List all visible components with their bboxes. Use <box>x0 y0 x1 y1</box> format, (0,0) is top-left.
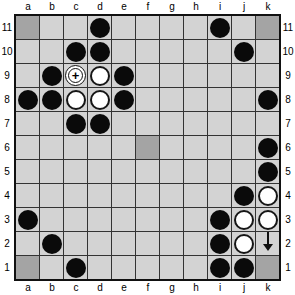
rank-label-2: 2 <box>285 239 291 249</box>
king-cross-icon: + <box>72 69 80 82</box>
square-d1[interactable] <box>88 256 111 279</box>
rank-label-8: 8 <box>285 95 291 105</box>
square-d9[interactable] <box>88 64 111 87</box>
square-g4[interactable] <box>160 184 183 207</box>
white-stone <box>234 210 254 230</box>
square-e10[interactable] <box>112 40 135 63</box>
black-stone <box>114 66 134 86</box>
square-b4[interactable] <box>40 184 63 207</box>
square-k5[interactable] <box>256 160 279 183</box>
square-a4[interactable] <box>16 184 39 207</box>
square-i7[interactable] <box>208 112 231 135</box>
square-h2[interactable] <box>184 232 207 255</box>
rank-label-1: 1 <box>285 263 291 273</box>
square-d10[interactable] <box>88 40 111 63</box>
file-label-e: e <box>121 2 127 12</box>
square-f8[interactable] <box>136 88 159 111</box>
square-g2[interactable] <box>160 232 183 255</box>
square-c1[interactable] <box>64 256 87 279</box>
square-k11[interactable] <box>256 16 279 39</box>
file-label-b: b <box>49 283 55 293</box>
square-i9[interactable] <box>208 64 231 87</box>
file-label-d: d <box>97 283 103 293</box>
square-f10[interactable] <box>136 40 159 63</box>
rank-label-2: 2 <box>4 239 10 249</box>
square-f3[interactable] <box>136 208 159 231</box>
black-stone <box>18 90 38 110</box>
file-label-b: b <box>49 2 55 12</box>
rank-label-9: 9 <box>285 71 291 81</box>
square-j11[interactable] <box>232 16 255 39</box>
square-b10[interactable] <box>40 40 63 63</box>
file-label-j: j <box>243 283 245 293</box>
square-k2[interactable] <box>256 232 279 255</box>
black-stone <box>258 162 278 182</box>
square-a10[interactable] <box>16 40 39 63</box>
file-label-j: j <box>243 2 245 12</box>
square-b8[interactable] <box>40 88 63 111</box>
black-stone <box>210 258 230 278</box>
square-g9[interactable] <box>160 64 183 87</box>
square-i4[interactable] <box>208 184 231 207</box>
square-g3[interactable] <box>160 208 183 231</box>
square-g1[interactable] <box>160 256 183 279</box>
black-stone <box>114 90 134 110</box>
square-j6[interactable] <box>232 136 255 159</box>
square-e2[interactable] <box>112 232 135 255</box>
square-g10[interactable] <box>160 40 183 63</box>
rank-label-10: 10 <box>282 47 293 57</box>
file-label-h: h <box>193 2 199 12</box>
black-stone <box>66 114 86 134</box>
square-d3[interactable] <box>88 208 111 231</box>
square-a5[interactable] <box>16 160 39 183</box>
square-f5[interactable] <box>136 160 159 183</box>
black-stone <box>234 42 254 62</box>
square-a9[interactable] <box>16 64 39 87</box>
black-stone <box>90 42 110 62</box>
square-i2[interactable] <box>208 232 231 255</box>
file-label-g: g <box>169 283 175 293</box>
square-e8[interactable] <box>112 88 135 111</box>
black-stone <box>210 234 230 254</box>
square-d7[interactable] <box>88 112 111 135</box>
square-f6[interactable] <box>136 136 159 159</box>
rank-label-7: 7 <box>285 119 291 129</box>
rank-label-5: 5 <box>4 167 10 177</box>
square-j4[interactable] <box>232 184 255 207</box>
rank-label-4: 4 <box>4 191 10 201</box>
file-label-f: f <box>147 283 150 293</box>
square-h7[interactable] <box>184 112 207 135</box>
file-label-a: a <box>25 2 31 12</box>
hnefatafl-board-diagram: abcdefghijk 1110987654321 + 111098765432… <box>0 0 295 295</box>
square-g7[interactable] <box>160 112 183 135</box>
square-h11[interactable] <box>184 16 207 39</box>
white-stone <box>258 210 278 230</box>
square-a3[interactable] <box>16 208 39 231</box>
square-h6[interactable] <box>184 136 207 159</box>
move-arrow-down-icon <box>267 232 269 244</box>
square-b2[interactable] <box>40 232 63 255</box>
square-e5[interactable] <box>112 160 135 183</box>
file-label-k: k <box>266 283 271 293</box>
file-labels-top: abcdefghijk <box>14 0 281 14</box>
square-e1[interactable] <box>112 256 135 279</box>
square-i3[interactable] <box>208 208 231 231</box>
black-stone <box>66 258 86 278</box>
square-b11[interactable] <box>40 16 63 39</box>
square-k3[interactable] <box>256 208 279 231</box>
square-e4[interactable] <box>112 184 135 207</box>
white-stone <box>90 66 110 86</box>
square-k1[interactable] <box>256 256 279 279</box>
rank-label-6: 6 <box>285 143 291 153</box>
square-i11[interactable] <box>208 16 231 39</box>
square-h9[interactable] <box>184 64 207 87</box>
square-a11[interactable] <box>16 16 39 39</box>
square-k10[interactable] <box>256 40 279 63</box>
black-stone <box>18 210 38 230</box>
black-stone <box>210 18 230 38</box>
square-b1[interactable] <box>40 256 63 279</box>
file-label-c: c <box>74 2 79 12</box>
square-i5[interactable] <box>208 160 231 183</box>
square-a8[interactable] <box>16 88 39 111</box>
rank-label-3: 3 <box>4 215 10 225</box>
square-g5[interactable] <box>160 160 183 183</box>
square-h4[interactable] <box>184 184 207 207</box>
square-e3[interactable] <box>112 208 135 231</box>
black-stone <box>42 66 62 86</box>
square-d6[interactable] <box>88 136 111 159</box>
square-c9[interactable]: + <box>64 64 87 87</box>
rank-label-10: 10 <box>1 47 12 57</box>
square-k8[interactable] <box>256 88 279 111</box>
square-i1[interactable] <box>208 256 231 279</box>
square-c11[interactable] <box>64 16 87 39</box>
rank-label-11: 11 <box>283 23 293 33</box>
white-stone <box>66 90 86 110</box>
black-stone <box>258 138 278 158</box>
square-b5[interactable] <box>40 160 63 183</box>
square-j10[interactable] <box>232 40 255 63</box>
white-stone <box>90 90 110 110</box>
square-f7[interactable] <box>136 112 159 135</box>
square-c8[interactable] <box>64 88 87 111</box>
square-j8[interactable] <box>232 88 255 111</box>
square-k6[interactable] <box>256 136 279 159</box>
square-g8[interactable] <box>160 88 183 111</box>
square-f4[interactable] <box>136 184 159 207</box>
black-stone <box>234 186 254 206</box>
square-j2[interactable] <box>232 232 255 255</box>
square-i10[interactable] <box>208 40 231 63</box>
square-c10[interactable] <box>64 40 87 63</box>
rank-label-3: 3 <box>285 215 291 225</box>
square-b3[interactable] <box>40 208 63 231</box>
file-label-g: g <box>169 2 175 12</box>
rank-labels-right: 1110987654321 <box>281 14 295 281</box>
square-a1[interactable] <box>16 256 39 279</box>
square-h10[interactable] <box>184 40 207 63</box>
file-label-c: c <box>74 283 79 293</box>
square-c4[interactable] <box>64 184 87 207</box>
black-stone <box>90 114 110 134</box>
square-a2[interactable] <box>16 232 39 255</box>
file-label-a: a <box>25 283 31 293</box>
square-j7[interactable] <box>232 112 255 135</box>
file-label-d: d <box>97 2 103 12</box>
square-a7[interactable] <box>16 112 39 135</box>
rank-label-5: 5 <box>285 167 291 177</box>
square-k4[interactable] <box>256 184 279 207</box>
square-j5[interactable] <box>232 160 255 183</box>
square-f11[interactable] <box>136 16 159 39</box>
rank-label-4: 4 <box>285 191 291 201</box>
file-label-i: i <box>219 283 221 293</box>
square-j1[interactable] <box>232 256 255 279</box>
black-stone <box>210 210 230 230</box>
square-e6[interactable] <box>112 136 135 159</box>
rank-labels-left: 1110987654321 <box>0 14 14 281</box>
file-label-h: h <box>193 283 199 293</box>
rank-label-8: 8 <box>4 95 10 105</box>
square-b7[interactable] <box>40 112 63 135</box>
square-j3[interactable] <box>232 208 255 231</box>
square-d2[interactable] <box>88 232 111 255</box>
white-stone <box>234 234 254 254</box>
square-h5[interactable] <box>184 160 207 183</box>
black-stone <box>258 90 278 110</box>
square-h8[interactable] <box>184 88 207 111</box>
square-h1[interactable] <box>184 256 207 279</box>
square-j9[interactable] <box>232 64 255 87</box>
square-d8[interactable] <box>88 88 111 111</box>
square-i8[interactable] <box>208 88 231 111</box>
file-label-k: k <box>266 2 271 12</box>
square-k7[interactable] <box>256 112 279 135</box>
rank-label-7: 7 <box>4 119 10 129</box>
square-d5[interactable] <box>88 160 111 183</box>
file-label-i: i <box>219 2 221 12</box>
white-stone <box>258 186 278 206</box>
square-c3[interactable] <box>64 208 87 231</box>
square-f2[interactable] <box>136 232 159 255</box>
file-labels-bottom: abcdefghijk <box>14 281 281 295</box>
square-d11[interactable] <box>88 16 111 39</box>
black-stone <box>66 42 86 62</box>
square-e9[interactable] <box>112 64 135 87</box>
board: + <box>14 14 281 281</box>
square-c2[interactable] <box>64 232 87 255</box>
square-h3[interactable] <box>184 208 207 231</box>
square-g11[interactable] <box>160 16 183 39</box>
rank-label-6: 6 <box>4 143 10 153</box>
rank-label-9: 9 <box>4 71 10 81</box>
square-e7[interactable] <box>112 112 135 135</box>
square-d4[interactable] <box>88 184 111 207</box>
black-stone <box>42 90 62 110</box>
square-f9[interactable] <box>136 64 159 87</box>
black-stone <box>90 18 110 38</box>
square-a6[interactable] <box>16 136 39 159</box>
square-c6[interactable] <box>64 136 87 159</box>
rank-label-11: 11 <box>2 23 12 33</box>
square-f1[interactable] <box>136 256 159 279</box>
square-k9[interactable] <box>256 64 279 87</box>
rank-label-1: 1 <box>4 263 10 273</box>
black-stone <box>42 234 62 254</box>
square-b9[interactable] <box>40 64 63 87</box>
square-i6[interactable] <box>208 136 231 159</box>
black-stone <box>234 258 254 278</box>
square-c5[interactable] <box>64 160 87 183</box>
square-g6[interactable] <box>160 136 183 159</box>
file-label-f: f <box>147 2 150 12</box>
file-label-e: e <box>121 283 127 293</box>
square-c7[interactable] <box>64 112 87 135</box>
square-b6[interactable] <box>40 136 63 159</box>
king-stone: + <box>65 65 86 86</box>
square-e11[interactable] <box>112 16 135 39</box>
